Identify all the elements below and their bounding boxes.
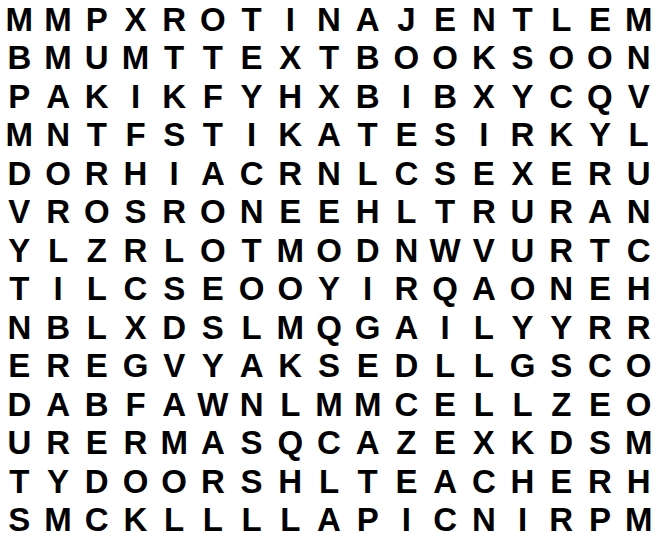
grid-cell-r11c8[interactable]: L [271,385,310,424]
grid-cell-r8c6[interactable]: E [194,270,233,309]
grid-cell-r10c13[interactable]: L [464,347,503,386]
grid-cell-r13c11[interactable]: E [387,462,426,501]
grid-cell-r13c6[interactable]: R [194,462,233,501]
grid-cell-r7c4[interactable]: R [116,231,155,270]
grid-cell-r2c17[interactable]: N [619,39,658,78]
grid-cell-r9c10[interactable]: G [348,308,387,347]
grid-cell-r2c4[interactable]: M [116,39,155,78]
grid-cell-r1c13[interactable]: N [464,0,503,39]
grid-cell-r6c14[interactable]: U [503,193,542,232]
grid-cell-r10c2[interactable]: R [39,347,78,386]
word-search-grid: MMPXROTINAJENTLEMBMUMTTEXTBOOKSOONPAKIKF… [0,0,658,539]
grid-cell-r11c14[interactable]: L [503,385,542,424]
grid-cell-r1c5[interactable]: R [155,0,194,39]
grid-cell-r4c17[interactable]: L [619,116,658,155]
grid-cell-r9c11[interactable]: A [387,308,426,347]
grid-cell-r12c7[interactable]: S [232,424,271,463]
grid-cell-r9c13[interactable]: L [464,308,503,347]
grid-cell-r8c12[interactable]: Q [426,270,465,309]
grid-cell-r9c8[interactable]: M [271,308,310,347]
grid-cell-r4c14[interactable]: R [503,116,542,155]
grid-cell-r12c12[interactable]: E [426,424,465,463]
grid-cell-r1c1[interactable]: M [0,0,39,39]
grid-cell-r9c9[interactable]: Q [310,308,349,347]
grid-cell-r5c17[interactable]: U [619,154,658,193]
grid-cell-r9c16[interactable]: R [581,308,620,347]
grid-cell-r1c11[interactable]: J [387,0,426,39]
grid-cell-r8c14[interactable]: O [503,270,542,309]
grid-cell-r4c1[interactable]: M [0,116,39,155]
grid-cell-r5c12[interactable]: S [426,154,465,193]
grid-cell-r12c3[interactable]: E [77,424,116,463]
grid-cell-r1c14[interactable]: T [503,0,542,39]
grid-cell-r2c3[interactable]: U [77,39,116,78]
grid-cell-r1c15[interactable]: L [542,0,581,39]
grid-cell-r12c16[interactable]: S [581,424,620,463]
grid-cell-r9c2[interactable]: B [39,308,78,347]
grid-cell-r11c16[interactable]: E [581,385,620,424]
grid-cell-r11c12[interactable]: E [426,385,465,424]
grid-cell-r4c15[interactable]: K [542,116,581,155]
grid-cell-r1c8[interactable]: I [271,0,310,39]
grid-cell-r4c11[interactable]: E [387,116,426,155]
grid-cell-r7c13[interactable]: V [464,231,503,270]
grid-cell-r5c5[interactable]: I [155,154,194,193]
grid-cell-r6c8[interactable]: E [271,193,310,232]
grid-cell-r4c6[interactable]: T [194,116,233,155]
grid-cell-r3c4[interactable]: I [116,77,155,116]
grid-cell-r14c1[interactable]: S [0,501,39,539]
grid-cell-r3c1[interactable]: P [0,77,39,116]
grid-cell-r12c11[interactable]: Z [387,424,426,463]
grid-cell-r14c14[interactable]: I [503,501,542,539]
grid-cell-r11c7[interactable]: N [232,385,271,424]
grid-cell-r14c3[interactable]: C [77,501,116,539]
grid-cell-r13c1[interactable]: T [0,462,39,501]
grid-cell-r10c16[interactable]: C [581,347,620,386]
grid-cell-r4c7[interactable]: I [232,116,271,155]
grid-cell-r4c10[interactable]: T [348,116,387,155]
grid-cell-r6c4[interactable]: S [116,193,155,232]
grid-cell-r8c15[interactable]: N [542,270,581,309]
grid-cell-r6c6[interactable]: O [194,193,233,232]
grid-cell-r12c9[interactable]: C [310,424,349,463]
grid-cell-r13c7[interactable]: S [232,462,271,501]
grid-cell-r6c3[interactable]: O [77,193,116,232]
grid-cell-r6c13[interactable]: R [464,193,503,232]
grid-cell-r9c4[interactable]: X [116,308,155,347]
grid-cell-r11c17[interactable]: O [619,385,658,424]
grid-cell-r9c3[interactable]: L [77,308,116,347]
grid-cell-r12c1[interactable]: U [0,424,39,463]
grid-cell-r12c2[interactable]: R [39,424,78,463]
grid-cell-r5c6[interactable]: A [194,154,233,193]
grid-cell-r1c17[interactable]: M [619,0,658,39]
grid-cell-r13c3[interactable]: D [77,462,116,501]
grid-cell-r2c6[interactable]: T [194,39,233,78]
grid-cell-r4c16[interactable]: Y [581,116,620,155]
grid-cell-r10c14[interactable]: G [503,347,542,386]
grid-cell-r7c12[interactable]: W [426,231,465,270]
grid-cell-r14c7[interactable]: L [232,501,271,539]
grid-cell-r4c4[interactable]: F [116,116,155,155]
grid-cell-r8c5[interactable]: S [155,270,194,309]
grid-cell-r10c3[interactable]: E [77,347,116,386]
grid-cell-r10c4[interactable]: G [116,347,155,386]
grid-cell-r7c7[interactable]: T [232,231,271,270]
grid-cell-r5c1[interactable]: D [0,154,39,193]
grid-cell-r1c10[interactable]: A [348,0,387,39]
grid-cell-r2c10[interactable]: B [348,39,387,78]
grid-cell-r1c3[interactable]: P [77,0,116,39]
grid-cell-r13c13[interactable]: C [464,462,503,501]
grid-cell-r9c12[interactable]: I [426,308,465,347]
grid-cell-r1c16[interactable]: E [581,0,620,39]
grid-cell-r11c11[interactable]: C [387,385,426,424]
grid-cell-r3c13[interactable]: X [464,77,503,116]
grid-cell-r5c2[interactable]: O [39,154,78,193]
grid-cell-r2c14[interactable]: S [503,39,542,78]
grid-cell-r5c7[interactable]: C [232,154,271,193]
grid-cell-r10c5[interactable]: V [155,347,194,386]
grid-cell-r14c5[interactable]: L [155,501,194,539]
grid-cell-r4c13[interactable]: I [464,116,503,155]
grid-cell-r2c11[interactable]: O [387,39,426,78]
grid-cell-r11c6[interactable]: W [194,385,233,424]
grid-cell-r5c8[interactable]: R [271,154,310,193]
grid-cell-r10c9[interactable]: S [310,347,349,386]
grid-cell-r12c14[interactable]: K [503,424,542,463]
grid-cell-r3c8[interactable]: H [271,77,310,116]
grid-cell-r1c2[interactable]: M [39,0,78,39]
grid-cell-r13c4[interactable]: O [116,462,155,501]
grid-cell-r3c3[interactable]: K [77,77,116,116]
grid-cell-r5c10[interactable]: L [348,154,387,193]
grid-cell-r1c4[interactable]: X [116,0,155,39]
grid-cell-r14c13[interactable]: N [464,501,503,539]
grid-cell-r13c2[interactable]: Y [39,462,78,501]
grid-cell-r7c15[interactable]: R [542,231,581,270]
grid-cell-r6c9[interactable]: E [310,193,349,232]
grid-cell-r11c1[interactable]: D [0,385,39,424]
grid-cell-r9c7[interactable]: L [232,308,271,347]
grid-cell-r10c12[interactable]: L [426,347,465,386]
grid-cell-r13c14[interactable]: H [503,462,542,501]
grid-cell-r2c1[interactable]: B [0,39,39,78]
grid-cell-r6c15[interactable]: R [542,193,581,232]
grid-cell-r14c15[interactable]: R [542,501,581,539]
grid-cell-r2c12[interactable]: O [426,39,465,78]
grid-cell-r6c5[interactable]: R [155,193,194,232]
grid-cell-r4c8[interactable]: K [271,116,310,155]
grid-cell-r3c7[interactable]: Y [232,77,271,116]
grid-cell-r12c13[interactable]: X [464,424,503,463]
grid-cell-r5c15[interactable]: E [542,154,581,193]
grid-cell-r13c9[interactable]: L [310,462,349,501]
grid-cell-r9c17[interactable]: R [619,308,658,347]
grid-cell-r8c11[interactable]: R [387,270,426,309]
grid-cell-r1c7[interactable]: T [232,0,271,39]
grid-cell-r6c11[interactable]: L [387,193,426,232]
grid-cell-r11c9[interactable]: M [310,385,349,424]
grid-cell-r7c8[interactable]: M [271,231,310,270]
grid-cell-r9c15[interactable]: Y [542,308,581,347]
grid-cell-r5c9[interactable]: N [310,154,349,193]
grid-cell-r13c17[interactable]: H [619,462,658,501]
grid-cell-r2c5[interactable]: T [155,39,194,78]
grid-cell-r14c2[interactable]: M [39,501,78,539]
grid-cell-r14c6[interactable]: L [194,501,233,539]
grid-cell-r14c10[interactable]: P [348,501,387,539]
grid-cell-r5c16[interactable]: R [581,154,620,193]
grid-cell-r2c15[interactable]: O [542,39,581,78]
grid-cell-r8c3[interactable]: L [77,270,116,309]
grid-cell-r14c9[interactable]: A [310,501,349,539]
grid-cell-r7c2[interactable]: L [39,231,78,270]
grid-cell-r11c5[interactable]: A [155,385,194,424]
grid-cell-r7c3[interactable]: Z [77,231,116,270]
grid-cell-r11c2[interactable]: A [39,385,78,424]
grid-cell-r5c14[interactable]: X [503,154,542,193]
grid-cell-r6c7[interactable]: N [232,193,271,232]
grid-cell-r7c17[interactable]: C [619,231,658,270]
grid-cell-r7c11[interactable]: N [387,231,426,270]
grid-cell-r6c2[interactable]: R [39,193,78,232]
grid-cell-r10c7[interactable]: A [232,347,271,386]
grid-cell-r7c1[interactable]: Y [0,231,39,270]
grid-cell-r6c10[interactable]: H [348,193,387,232]
grid-cell-r3c9[interactable]: X [310,77,349,116]
grid-cell-r8c1[interactable]: T [0,270,39,309]
grid-cell-r10c10[interactable]: E [348,347,387,386]
grid-cell-r2c7[interactable]: E [232,39,271,78]
grid-cell-r10c8[interactable]: K [271,347,310,386]
grid-cell-r12c10[interactable]: A [348,424,387,463]
grid-cell-r5c3[interactable]: R [77,154,116,193]
grid-cell-r2c16[interactable]: O [581,39,620,78]
grid-cell-r14c12[interactable]: C [426,501,465,539]
grid-cell-r8c4[interactable]: C [116,270,155,309]
grid-cell-r3c14[interactable]: Y [503,77,542,116]
grid-cell-r2c9[interactable]: T [310,39,349,78]
grid-cell-r12c8[interactable]: Q [271,424,310,463]
grid-cell-r3c5[interactable]: K [155,77,194,116]
grid-cell-r9c1[interactable]: N [0,308,39,347]
grid-cell-r3c11[interactable]: I [387,77,426,116]
grid-cell-r14c16[interactable]: P [581,501,620,539]
grid-cell-r4c3[interactable]: T [77,116,116,155]
grid-cell-r11c10[interactable]: M [348,385,387,424]
grid-cell-r13c16[interactable]: R [581,462,620,501]
grid-cell-r11c13[interactable]: L [464,385,503,424]
grid-cell-r3c12[interactable]: B [426,77,465,116]
grid-cell-r2c8[interactable]: X [271,39,310,78]
grid-cell-r2c13[interactable]: K [464,39,503,78]
grid-cell-r7c14[interactable]: U [503,231,542,270]
grid-cell-r9c6[interactable]: S [194,308,233,347]
grid-cell-r6c1[interactable]: V [0,193,39,232]
grid-cell-r10c17[interactable]: O [619,347,658,386]
grid-cell-r12c6[interactable]: A [194,424,233,463]
grid-cell-r8c8[interactable]: O [271,270,310,309]
grid-cell-r8c9[interactable]: Y [310,270,349,309]
grid-cell-r4c12[interactable]: S [426,116,465,155]
grid-cell-r6c16[interactable]: A [581,193,620,232]
grid-cell-r8c17[interactable]: H [619,270,658,309]
grid-cell-r13c8[interactable]: H [271,462,310,501]
grid-cell-r11c3[interactable]: B [77,385,116,424]
grid-cell-r3c6[interactable]: F [194,77,233,116]
grid-cell-r14c17[interactable]: M [619,501,658,539]
grid-cell-r10c1[interactable]: E [0,347,39,386]
grid-cell-r7c6[interactable]: O [194,231,233,270]
grid-cell-r1c12[interactable]: E [426,0,465,39]
grid-cell-r4c9[interactable]: A [310,116,349,155]
grid-cell-r11c15[interactable]: Z [542,385,581,424]
grid-cell-r8c10[interactable]: I [348,270,387,309]
grid-cell-r10c6[interactable]: Y [194,347,233,386]
grid-cell-r6c12[interactable]: T [426,193,465,232]
grid-cell-r7c16[interactable]: T [581,231,620,270]
grid-cell-r1c9[interactable]: N [310,0,349,39]
grid-cell-r13c5[interactable]: O [155,462,194,501]
grid-cell-r5c13[interactable]: E [464,154,503,193]
grid-cell-r14c4[interactable]: K [116,501,155,539]
grid-cell-r7c5[interactable]: L [155,231,194,270]
grid-cell-r10c15[interactable]: S [542,347,581,386]
grid-cell-r7c10[interactable]: D [348,231,387,270]
grid-cell-r3c2[interactable]: A [39,77,78,116]
grid-cell-r8c16[interactable]: E [581,270,620,309]
grid-cell-r11c4[interactable]: F [116,385,155,424]
grid-cell-r13c15[interactable]: E [542,462,581,501]
grid-cell-r13c12[interactable]: A [426,462,465,501]
grid-cell-r12c4[interactable]: R [116,424,155,463]
grid-cell-r14c11[interactable]: I [387,501,426,539]
grid-cell-r5c4[interactable]: H [116,154,155,193]
grid-cell-r4c2[interactable]: N [39,116,78,155]
grid-cell-r3c15[interactable]: C [542,77,581,116]
grid-cell-r5c11[interactable]: C [387,154,426,193]
grid-cell-r12c15[interactable]: D [542,424,581,463]
grid-cell-r6c17[interactable]: N [619,193,658,232]
grid-cell-r8c13[interactable]: A [464,270,503,309]
grid-cell-r8c7[interactable]: O [232,270,271,309]
grid-cell-r9c14[interactable]: Y [503,308,542,347]
grid-cell-r12c17[interactable]: M [619,424,658,463]
grid-cell-r4c5[interactable]: S [155,116,194,155]
grid-cell-r3c16[interactable]: Q [581,77,620,116]
grid-cell-r13c10[interactable]: T [348,462,387,501]
grid-cell-r7c9[interactable]: O [310,231,349,270]
grid-cell-r14c8[interactable]: L [271,501,310,539]
grid-cell-r1c6[interactable]: O [194,0,233,39]
grid-cell-r3c10[interactable]: B [348,77,387,116]
grid-cell-r9c5[interactable]: D [155,308,194,347]
grid-cell-r2c2[interactable]: M [39,39,78,78]
grid-cell-r12c5[interactable]: M [155,424,194,463]
grid-cell-r3c17[interactable]: V [619,77,658,116]
grid-cell-r8c2[interactable]: I [39,270,78,309]
grid-cell-r10c11[interactable]: D [387,347,426,386]
